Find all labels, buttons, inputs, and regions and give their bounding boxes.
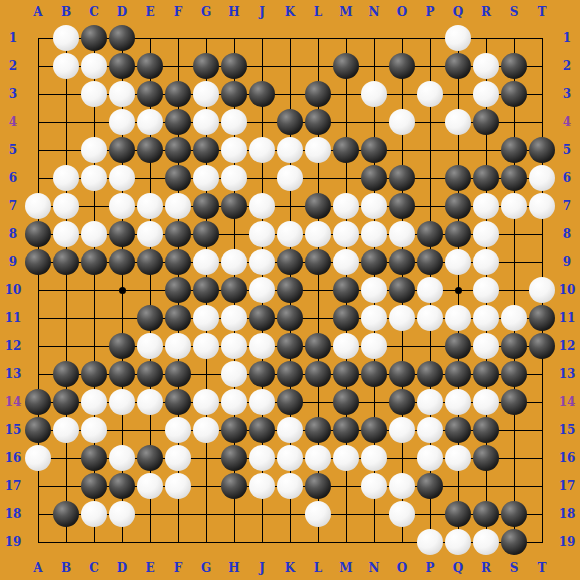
- intersection-M6[interactable]: [332, 164, 360, 192]
- intersection-F19[interactable]: [164, 528, 192, 556]
- intersection-N6[interactable]: [360, 164, 388, 192]
- intersection-T10[interactable]: [528, 276, 556, 304]
- intersection-N1[interactable]: [360, 24, 388, 52]
- intersection-H16[interactable]: [220, 444, 248, 472]
- intersection-F9[interactable]: [164, 248, 192, 276]
- intersection-N14[interactable]: [360, 388, 388, 416]
- intersection-A2[interactable]: [24, 52, 52, 80]
- intersection-J7[interactable]: [248, 192, 276, 220]
- intersection-L4[interactable]: [304, 108, 332, 136]
- intersection-N8[interactable]: [360, 220, 388, 248]
- intersection-R18[interactable]: [472, 500, 500, 528]
- intersection-T1[interactable]: [528, 24, 556, 52]
- intersection-F6[interactable]: [164, 164, 192, 192]
- intersection-G16[interactable]: [192, 444, 220, 472]
- intersection-T4[interactable]: [528, 108, 556, 136]
- intersection-B17[interactable]: [52, 472, 80, 500]
- intersection-C11[interactable]: [80, 304, 108, 332]
- intersection-P9[interactable]: [416, 248, 444, 276]
- intersection-E5[interactable]: [136, 136, 164, 164]
- intersection-D1[interactable]: [108, 24, 136, 52]
- intersection-S17[interactable]: [500, 472, 528, 500]
- intersection-R8[interactable]: [472, 220, 500, 248]
- intersection-M12[interactable]: [332, 332, 360, 360]
- intersection-B8[interactable]: [52, 220, 80, 248]
- intersection-Q1[interactable]: [444, 24, 472, 52]
- intersection-J1[interactable]: [248, 24, 276, 52]
- intersection-T2[interactable]: [528, 52, 556, 80]
- intersection-M11[interactable]: [332, 304, 360, 332]
- intersection-J15[interactable]: [248, 416, 276, 444]
- intersection-K3[interactable]: [276, 80, 304, 108]
- intersection-T13[interactable]: [528, 360, 556, 388]
- intersection-H15[interactable]: [220, 416, 248, 444]
- intersection-Q3[interactable]: [444, 80, 472, 108]
- intersection-R9[interactable]: [472, 248, 500, 276]
- intersection-C10[interactable]: [80, 276, 108, 304]
- intersection-P12[interactable]: [416, 332, 444, 360]
- intersection-G10[interactable]: [192, 276, 220, 304]
- intersection-D12[interactable]: [108, 332, 136, 360]
- intersection-N16[interactable]: [360, 444, 388, 472]
- intersection-A10[interactable]: [24, 276, 52, 304]
- intersection-Q6[interactable]: [444, 164, 472, 192]
- intersection-R15[interactable]: [472, 416, 500, 444]
- intersection-T15[interactable]: [528, 416, 556, 444]
- intersection-C6[interactable]: [80, 164, 108, 192]
- intersection-J10[interactable]: [248, 276, 276, 304]
- intersection-J3[interactable]: [248, 80, 276, 108]
- intersection-R11[interactable]: [472, 304, 500, 332]
- intersection-S6[interactable]: [500, 164, 528, 192]
- intersection-B12[interactable]: [52, 332, 80, 360]
- intersection-E16[interactable]: [136, 444, 164, 472]
- intersection-E19[interactable]: [136, 528, 164, 556]
- intersection-L19[interactable]: [304, 528, 332, 556]
- intersection-S5[interactable]: [500, 136, 528, 164]
- intersection-B16[interactable]: [52, 444, 80, 472]
- intersection-E18[interactable]: [136, 500, 164, 528]
- intersection-Q8[interactable]: [444, 220, 472, 248]
- intersection-C12[interactable]: [80, 332, 108, 360]
- intersection-G3[interactable]: [192, 80, 220, 108]
- intersection-B7[interactable]: [52, 192, 80, 220]
- intersection-P3[interactable]: [416, 80, 444, 108]
- intersection-O15[interactable]: [388, 416, 416, 444]
- intersection-R4[interactable]: [472, 108, 500, 136]
- intersection-J2[interactable]: [248, 52, 276, 80]
- intersection-P4[interactable]: [416, 108, 444, 136]
- intersection-B14[interactable]: [52, 388, 80, 416]
- intersection-F1[interactable]: [164, 24, 192, 52]
- intersection-F12[interactable]: [164, 332, 192, 360]
- intersection-M7[interactable]: [332, 192, 360, 220]
- intersection-M13[interactable]: [332, 360, 360, 388]
- intersection-O16[interactable]: [388, 444, 416, 472]
- intersection-C16[interactable]: [80, 444, 108, 472]
- intersection-D18[interactable]: [108, 500, 136, 528]
- intersection-N12[interactable]: [360, 332, 388, 360]
- intersection-L1[interactable]: [304, 24, 332, 52]
- intersection-S2[interactable]: [500, 52, 528, 80]
- intersection-Q11[interactable]: [444, 304, 472, 332]
- intersection-T5[interactable]: [528, 136, 556, 164]
- intersection-C7[interactable]: [80, 192, 108, 220]
- intersection-A13[interactable]: [24, 360, 52, 388]
- intersection-Q4[interactable]: [444, 108, 472, 136]
- intersection-T3[interactable]: [528, 80, 556, 108]
- intersection-P17[interactable]: [416, 472, 444, 500]
- intersection-N4[interactable]: [360, 108, 388, 136]
- intersection-K1[interactable]: [276, 24, 304, 52]
- intersection-K8[interactable]: [276, 220, 304, 248]
- intersection-F18[interactable]: [164, 500, 192, 528]
- intersection-O18[interactable]: [388, 500, 416, 528]
- intersection-N13[interactable]: [360, 360, 388, 388]
- intersection-L5[interactable]: [304, 136, 332, 164]
- intersection-G11[interactable]: [192, 304, 220, 332]
- intersection-O3[interactable]: [388, 80, 416, 108]
- intersection-D6[interactable]: [108, 164, 136, 192]
- intersection-T9[interactable]: [528, 248, 556, 276]
- intersection-C14[interactable]: [80, 388, 108, 416]
- intersection-D16[interactable]: [108, 444, 136, 472]
- intersection-J16[interactable]: [248, 444, 276, 472]
- intersection-D7[interactable]: [108, 192, 136, 220]
- intersection-L17[interactable]: [304, 472, 332, 500]
- intersection-H1[interactable]: [220, 24, 248, 52]
- intersection-R17[interactable]: [472, 472, 500, 500]
- intersection-M18[interactable]: [332, 500, 360, 528]
- intersection-B10[interactable]: [52, 276, 80, 304]
- intersection-T12[interactable]: [528, 332, 556, 360]
- intersection-L13[interactable]: [304, 360, 332, 388]
- intersection-C9[interactable]: [80, 248, 108, 276]
- intersection-N11[interactable]: [360, 304, 388, 332]
- intersection-E3[interactable]: [136, 80, 164, 108]
- intersection-B13[interactable]: [52, 360, 80, 388]
- intersection-K4[interactable]: [276, 108, 304, 136]
- intersection-E8[interactable]: [136, 220, 164, 248]
- intersection-B19[interactable]: [52, 528, 80, 556]
- intersection-L9[interactable]: [304, 248, 332, 276]
- intersection-L12[interactable]: [304, 332, 332, 360]
- intersection-H11[interactable]: [220, 304, 248, 332]
- intersection-L7[interactable]: [304, 192, 332, 220]
- intersection-M15[interactable]: [332, 416, 360, 444]
- intersection-S8[interactable]: [500, 220, 528, 248]
- intersection-M2[interactable]: [332, 52, 360, 80]
- intersection-E13[interactable]: [136, 360, 164, 388]
- intersection-D8[interactable]: [108, 220, 136, 248]
- intersection-Q13[interactable]: [444, 360, 472, 388]
- intersection-G8[interactable]: [192, 220, 220, 248]
- intersection-E11[interactable]: [136, 304, 164, 332]
- intersection-K16[interactable]: [276, 444, 304, 472]
- intersection-A14[interactable]: [24, 388, 52, 416]
- intersection-C13[interactable]: [80, 360, 108, 388]
- intersection-C3[interactable]: [80, 80, 108, 108]
- intersection-L6[interactable]: [304, 164, 332, 192]
- intersection-A15[interactable]: [24, 416, 52, 444]
- intersection-T11[interactable]: [528, 304, 556, 332]
- intersection-N3[interactable]: [360, 80, 388, 108]
- intersection-B11[interactable]: [52, 304, 80, 332]
- intersection-C5[interactable]: [80, 136, 108, 164]
- intersection-G5[interactable]: [192, 136, 220, 164]
- intersection-F7[interactable]: [164, 192, 192, 220]
- intersection-F11[interactable]: [164, 304, 192, 332]
- intersection-K10[interactable]: [276, 276, 304, 304]
- intersection-C15[interactable]: [80, 416, 108, 444]
- intersection-D5[interactable]: [108, 136, 136, 164]
- intersection-K19[interactable]: [276, 528, 304, 556]
- intersection-S13[interactable]: [500, 360, 528, 388]
- intersection-E10[interactable]: [136, 276, 164, 304]
- intersection-A4[interactable]: [24, 108, 52, 136]
- intersection-P1[interactable]: [416, 24, 444, 52]
- intersection-T6[interactable]: [528, 164, 556, 192]
- intersection-M17[interactable]: [332, 472, 360, 500]
- intersection-P11[interactable]: [416, 304, 444, 332]
- intersection-J11[interactable]: [248, 304, 276, 332]
- intersection-J14[interactable]: [248, 388, 276, 416]
- intersection-A1[interactable]: [24, 24, 52, 52]
- intersection-L14[interactable]: [304, 388, 332, 416]
- intersection-T19[interactable]: [528, 528, 556, 556]
- intersection-N9[interactable]: [360, 248, 388, 276]
- intersection-G7[interactable]: [192, 192, 220, 220]
- intersection-G4[interactable]: [192, 108, 220, 136]
- intersection-A6[interactable]: [24, 164, 52, 192]
- intersection-B5[interactable]: [52, 136, 80, 164]
- intersection-L3[interactable]: [304, 80, 332, 108]
- intersection-Q2[interactable]: [444, 52, 472, 80]
- intersection-E2[interactable]: [136, 52, 164, 80]
- intersection-G19[interactable]: [192, 528, 220, 556]
- intersection-L15[interactable]: [304, 416, 332, 444]
- intersection-K6[interactable]: [276, 164, 304, 192]
- intersection-O2[interactable]: [388, 52, 416, 80]
- intersection-Q10[interactable]: [444, 276, 472, 304]
- intersection-S18[interactable]: [500, 500, 528, 528]
- intersection-M14[interactable]: [332, 388, 360, 416]
- intersection-D9[interactable]: [108, 248, 136, 276]
- intersection-Q12[interactable]: [444, 332, 472, 360]
- intersection-J17[interactable]: [248, 472, 276, 500]
- intersection-L8[interactable]: [304, 220, 332, 248]
- intersection-O19[interactable]: [388, 528, 416, 556]
- intersection-P19[interactable]: [416, 528, 444, 556]
- intersection-E7[interactable]: [136, 192, 164, 220]
- intersection-H14[interactable]: [220, 388, 248, 416]
- intersection-B1[interactable]: [52, 24, 80, 52]
- intersection-O4[interactable]: [388, 108, 416, 136]
- intersection-R5[interactable]: [472, 136, 500, 164]
- intersection-A19[interactable]: [24, 528, 52, 556]
- intersection-C8[interactable]: [80, 220, 108, 248]
- intersection-A11[interactable]: [24, 304, 52, 332]
- intersection-A16[interactable]: [24, 444, 52, 472]
- intersection-A8[interactable]: [24, 220, 52, 248]
- intersection-E15[interactable]: [136, 416, 164, 444]
- intersection-O6[interactable]: [388, 164, 416, 192]
- intersection-N10[interactable]: [360, 276, 388, 304]
- intersection-P7[interactable]: [416, 192, 444, 220]
- intersection-P8[interactable]: [416, 220, 444, 248]
- intersection-C1[interactable]: [80, 24, 108, 52]
- intersection-D4[interactable]: [108, 108, 136, 136]
- intersection-K9[interactable]: [276, 248, 304, 276]
- intersection-Q5[interactable]: [444, 136, 472, 164]
- intersection-H17[interactable]: [220, 472, 248, 500]
- intersection-E12[interactable]: [136, 332, 164, 360]
- intersection-M10[interactable]: [332, 276, 360, 304]
- intersection-R16[interactable]: [472, 444, 500, 472]
- intersection-Q19[interactable]: [444, 528, 472, 556]
- intersection-S14[interactable]: [500, 388, 528, 416]
- intersection-Q14[interactable]: [444, 388, 472, 416]
- intersection-S1[interactable]: [500, 24, 528, 52]
- intersection-F2[interactable]: [164, 52, 192, 80]
- intersection-F13[interactable]: [164, 360, 192, 388]
- intersection-S12[interactable]: [500, 332, 528, 360]
- intersection-L10[interactable]: [304, 276, 332, 304]
- intersection-H10[interactable]: [220, 276, 248, 304]
- intersection-P10[interactable]: [416, 276, 444, 304]
- intersection-P16[interactable]: [416, 444, 444, 472]
- intersection-Q15[interactable]: [444, 416, 472, 444]
- intersection-B4[interactable]: [52, 108, 80, 136]
- intersection-G14[interactable]: [192, 388, 220, 416]
- intersection-L11[interactable]: [304, 304, 332, 332]
- intersection-J4[interactable]: [248, 108, 276, 136]
- intersection-H4[interactable]: [220, 108, 248, 136]
- intersection-A5[interactable]: [24, 136, 52, 164]
- intersection-N7[interactable]: [360, 192, 388, 220]
- intersection-O14[interactable]: [388, 388, 416, 416]
- intersection-P13[interactable]: [416, 360, 444, 388]
- intersection-G9[interactable]: [192, 248, 220, 276]
- intersection-F14[interactable]: [164, 388, 192, 416]
- intersection-E9[interactable]: [136, 248, 164, 276]
- intersection-O5[interactable]: [388, 136, 416, 164]
- intersection-B6[interactable]: [52, 164, 80, 192]
- intersection-R1[interactable]: [472, 24, 500, 52]
- intersection-C4[interactable]: [80, 108, 108, 136]
- intersection-T14[interactable]: [528, 388, 556, 416]
- intersection-Q7[interactable]: [444, 192, 472, 220]
- intersection-A3[interactable]: [24, 80, 52, 108]
- intersection-M1[interactable]: [332, 24, 360, 52]
- intersection-G18[interactable]: [192, 500, 220, 528]
- intersection-R3[interactable]: [472, 80, 500, 108]
- intersection-J19[interactable]: [248, 528, 276, 556]
- intersection-M4[interactable]: [332, 108, 360, 136]
- intersection-A12[interactable]: [24, 332, 52, 360]
- intersection-M3[interactable]: [332, 80, 360, 108]
- intersection-T7[interactable]: [528, 192, 556, 220]
- intersection-K7[interactable]: [276, 192, 304, 220]
- intersection-J5[interactable]: [248, 136, 276, 164]
- intersection-H3[interactable]: [220, 80, 248, 108]
- intersection-R14[interactable]: [472, 388, 500, 416]
- intersection-S3[interactable]: [500, 80, 528, 108]
- intersection-G2[interactable]: [192, 52, 220, 80]
- intersection-L16[interactable]: [304, 444, 332, 472]
- intersection-C17[interactable]: [80, 472, 108, 500]
- intersection-B9[interactable]: [52, 248, 80, 276]
- intersection-P2[interactable]: [416, 52, 444, 80]
- intersection-H5[interactable]: [220, 136, 248, 164]
- intersection-S9[interactable]: [500, 248, 528, 276]
- intersection-P6[interactable]: [416, 164, 444, 192]
- intersection-T17[interactable]: [528, 472, 556, 500]
- intersection-O13[interactable]: [388, 360, 416, 388]
- intersection-N15[interactable]: [360, 416, 388, 444]
- intersection-K15[interactable]: [276, 416, 304, 444]
- intersection-O7[interactable]: [388, 192, 416, 220]
- intersection-J18[interactable]: [248, 500, 276, 528]
- intersection-H9[interactable]: [220, 248, 248, 276]
- intersection-N19[interactable]: [360, 528, 388, 556]
- intersection-T16[interactable]: [528, 444, 556, 472]
- intersection-S15[interactable]: [500, 416, 528, 444]
- intersection-J9[interactable]: [248, 248, 276, 276]
- intersection-E4[interactable]: [136, 108, 164, 136]
- intersection-L18[interactable]: [304, 500, 332, 528]
- intersection-S10[interactable]: [500, 276, 528, 304]
- intersection-O9[interactable]: [388, 248, 416, 276]
- intersection-E1[interactable]: [136, 24, 164, 52]
- intersection-R19[interactable]: [472, 528, 500, 556]
- intersection-O11[interactable]: [388, 304, 416, 332]
- intersection-P15[interactable]: [416, 416, 444, 444]
- intersection-H18[interactable]: [220, 500, 248, 528]
- intersection-S7[interactable]: [500, 192, 528, 220]
- intersection-C2[interactable]: [80, 52, 108, 80]
- intersection-G15[interactable]: [192, 416, 220, 444]
- intersection-T8[interactable]: [528, 220, 556, 248]
- intersection-H13[interactable]: [220, 360, 248, 388]
- intersection-F8[interactable]: [164, 220, 192, 248]
- intersection-D15[interactable]: [108, 416, 136, 444]
- intersection-R7[interactable]: [472, 192, 500, 220]
- intersection-O12[interactable]: [388, 332, 416, 360]
- intersection-R10[interactable]: [472, 276, 500, 304]
- intersection-E6[interactable]: [136, 164, 164, 192]
- intersection-K12[interactable]: [276, 332, 304, 360]
- intersection-M16[interactable]: [332, 444, 360, 472]
- intersection-S19[interactable]: [500, 528, 528, 556]
- intersection-C19[interactable]: [80, 528, 108, 556]
- intersection-E14[interactable]: [136, 388, 164, 416]
- intersection-M8[interactable]: [332, 220, 360, 248]
- intersection-B2[interactable]: [52, 52, 80, 80]
- intersection-C18[interactable]: [80, 500, 108, 528]
- intersection-G12[interactable]: [192, 332, 220, 360]
- intersection-Q17[interactable]: [444, 472, 472, 500]
- intersection-F10[interactable]: [164, 276, 192, 304]
- intersection-F17[interactable]: [164, 472, 192, 500]
- intersection-T18[interactable]: [528, 500, 556, 528]
- intersection-M19[interactable]: [332, 528, 360, 556]
- intersection-N18[interactable]: [360, 500, 388, 528]
- intersection-N17[interactable]: [360, 472, 388, 500]
- intersection-Q16[interactable]: [444, 444, 472, 472]
- intersection-O1[interactable]: [388, 24, 416, 52]
- intersection-P18[interactable]: [416, 500, 444, 528]
